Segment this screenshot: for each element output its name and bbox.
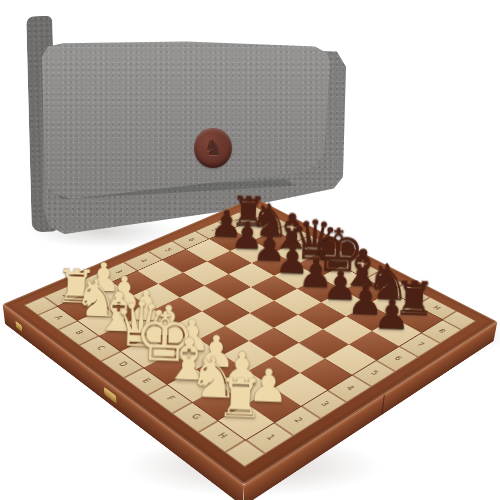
brass-clasp	[15, 321, 22, 332]
coord-label: 5	[369, 370, 379, 376]
square-f5	[274, 315, 323, 343]
square-f3	[223, 341, 274, 371]
coord-label: 1	[264, 434, 275, 441]
board-wrapper: AABBCCDDEEFFGGHH8877665544332211 ♜♞♝♛♚♝♞…	[0, 0, 500, 500]
square-e4	[225, 313, 274, 341]
coord-label: D	[117, 361, 128, 367]
coord-label: E	[140, 378, 150, 384]
coord-label: A	[267, 220, 275, 224]
coord-label: 3	[319, 401, 329, 407]
square-f2	[196, 355, 248, 386]
square-d2	[149, 324, 199, 353]
coord-label: 2	[87, 281, 96, 286]
coord-label: 2	[292, 417, 303, 424]
brass-hinge	[104, 386, 117, 403]
square-g6	[323, 316, 372, 344]
coord-label: H	[216, 432, 228, 440]
coord-label: B	[73, 330, 83, 336]
fold-seam	[381, 394, 385, 416]
coord-label: G	[405, 292, 415, 297]
square-e2	[172, 339, 223, 369]
square-f4	[249, 328, 299, 357]
coord-label: 8	[231, 219, 239, 223]
coord-label: C	[95, 345, 105, 351]
coord-label: B	[288, 231, 296, 235]
coord-label: 4	[344, 385, 354, 391]
coord-label: 8	[437, 329, 446, 334]
coord-label: F	[381, 279, 389, 283]
coord-label: G	[189, 413, 201, 420]
coord-label: 4	[139, 259, 148, 263]
board-coordinate-ring: AABBCCDDEEFFGGHH8877665544332211	[24, 206, 476, 467]
coord-label: 7	[209, 228, 217, 232]
coord-label: H	[431, 306, 441, 311]
square-g2	[221, 371, 274, 404]
coord-label: F	[165, 396, 175, 402]
chess-board: AABBCCDDEEFFGGHH8877665544332211 ♜♞♝♛♚♝♞…	[3, 197, 498, 485]
coord-label: 5	[163, 248, 172, 252]
coord-label: 7	[415, 342, 424, 348]
square-g5	[299, 329, 349, 358]
coord-label: D	[332, 254, 341, 259]
product-photo-stage: ♞ AABBCCDDEEFFGGHH8877665544332211 ♜♞♝♛♚…	[0, 0, 500, 500]
square-g3	[248, 357, 300, 389]
square-c2	[127, 310, 176, 338]
square-e3	[199, 326, 249, 355]
square-g1	[193, 386, 247, 420]
coord-label: 3	[113, 270, 122, 275]
coord-label: 1	[60, 293, 69, 298]
coord-label: C	[310, 242, 319, 246]
square-d3	[176, 311, 225, 339]
coord-label: E	[356, 266, 364, 270]
coord-label: 6	[187, 238, 195, 242]
coord-label: 6	[392, 356, 402, 362]
coord-label: A	[53, 315, 63, 320]
square-g4	[274, 343, 325, 373]
